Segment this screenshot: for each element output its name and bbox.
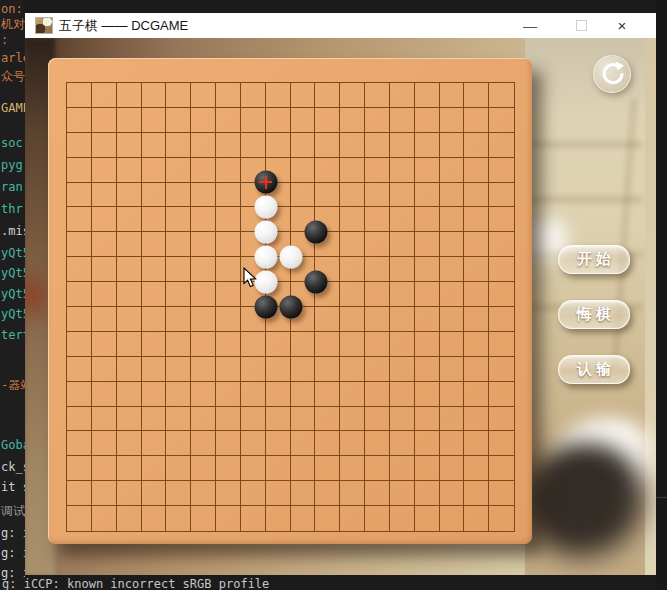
console-divider xyxy=(656,497,667,498)
maximize-button[interactable] xyxy=(562,13,600,38)
console-text-fragment: ran xyxy=(1,180,23,194)
photo-red-blob xyxy=(25,256,47,336)
console-text-fragment: GAME xyxy=(1,101,25,115)
console-text-fragment: pyg xyxy=(1,158,23,172)
console-text-fragment: : xyxy=(1,33,8,47)
console-text-fragment: g: i xyxy=(1,546,25,560)
console-text-fragment: 机对 xyxy=(1,16,25,33)
console-text-fragment: Goba xyxy=(1,438,25,452)
mouse-cursor xyxy=(243,267,258,288)
minimize-icon: — xyxy=(523,18,537,34)
minimize-button[interactable]: — xyxy=(511,13,549,38)
console-log-line: g: iCCP: known incorrect sRGB profile xyxy=(2,577,269,590)
console-text-fragment: thr xyxy=(1,202,23,216)
photo-goban-line xyxy=(530,143,642,146)
close-button[interactable]: × xyxy=(603,13,641,38)
window-title: 五子棋 —— DCGAME xyxy=(59,17,188,35)
black-stone xyxy=(304,270,327,293)
console-text-fragment: 众号 xyxy=(1,68,25,85)
app-icon[interactable] xyxy=(35,17,53,34)
console-text-fragment: soc xyxy=(1,136,23,150)
console-text-fragment: yQt5 xyxy=(1,266,25,280)
black-stone xyxy=(304,221,327,244)
maximize-icon xyxy=(576,20,587,31)
last-move-marker xyxy=(259,176,272,189)
console-text-fragment: tert xyxy=(1,328,25,342)
gomoku-window: 五子棋 —— DCGAME — × xyxy=(25,13,656,575)
restart-arrow-icon xyxy=(599,61,625,87)
white-stone xyxy=(254,221,277,244)
white-stone xyxy=(254,196,277,219)
titlebar: 五子棋 —— DCGAME — × xyxy=(25,13,656,38)
ide-console-left-strip: on:机对:arle众号GAME soc pyg ran thr.misyQt5… xyxy=(0,0,25,590)
ide-console-right-strip xyxy=(656,0,667,590)
console-text-fragment: on: xyxy=(1,2,23,16)
white-stone xyxy=(254,245,277,268)
photo-goban-line xyxy=(530,198,642,201)
photo-black-stone xyxy=(523,443,649,565)
console-text-fragment: yQt5 xyxy=(1,287,25,301)
restart-button[interactable] xyxy=(593,55,631,93)
console-text-fragment: .mis xyxy=(1,224,25,238)
black-stone-last-move xyxy=(254,171,277,194)
screen: on:机对:arle众号GAME soc pyg ran thr.misyQt5… xyxy=(0,0,667,590)
console-text-fragment: it s xyxy=(1,480,25,494)
console-text-fragment: ck_s xyxy=(1,460,25,474)
close-icon: × xyxy=(618,17,627,34)
console-text-fragment: arle xyxy=(1,51,25,65)
white-stone xyxy=(279,245,302,268)
gomoku-board xyxy=(48,58,532,544)
start-button[interactable]: 开 始 xyxy=(558,245,630,274)
console-text-fragment: g: i xyxy=(1,526,25,540)
console-text-fragment: -器站 xyxy=(1,377,25,394)
undo-button[interactable]: 悔 棋 xyxy=(558,300,630,329)
console-text-fragment: yQt5 xyxy=(1,307,25,321)
resign-button[interactable]: 认 输 xyxy=(558,355,630,384)
stones-layer xyxy=(48,58,532,544)
window-content: 开 始 悔 棋 认 输 xyxy=(25,38,656,575)
black-stone xyxy=(279,295,302,318)
black-stone xyxy=(254,295,277,318)
photo-white-stone xyxy=(553,418,656,506)
console-text-fragment: 调试均 xyxy=(1,503,25,520)
console-text-fragment: yQt5 xyxy=(1,246,25,260)
